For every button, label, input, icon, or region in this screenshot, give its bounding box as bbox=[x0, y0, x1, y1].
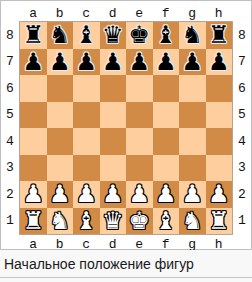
black-queen-d8: ♛ bbox=[102, 22, 124, 48]
square-e5 bbox=[126, 102, 153, 129]
file-label-d-top: d bbox=[100, 2, 127, 21]
square-d5 bbox=[100, 102, 127, 129]
square-h1: ♜ bbox=[206, 208, 233, 235]
square-f6 bbox=[153, 75, 180, 102]
divider bbox=[0, 277, 252, 278]
white-king-e1: ♚ bbox=[128, 208, 150, 234]
white-queen-d1: ♛ bbox=[102, 208, 124, 234]
square-b8: ♞ bbox=[47, 22, 74, 49]
square-a4 bbox=[20, 128, 47, 155]
file-label-f-top: f bbox=[153, 2, 180, 21]
square-c3 bbox=[73, 155, 100, 182]
rank-label-8-right: 8 bbox=[233, 22, 251, 49]
square-g2: ♟ bbox=[179, 181, 206, 208]
white-bishop-c1: ♝ bbox=[75, 208, 97, 234]
white-knight-g1: ♞ bbox=[181, 208, 203, 234]
square-c6 bbox=[73, 75, 100, 102]
square-g3 bbox=[179, 155, 206, 182]
square-f1: ♝ bbox=[153, 208, 180, 235]
square-b6 bbox=[47, 75, 74, 102]
rank-label-5-right: 5 bbox=[233, 102, 251, 129]
square-h7: ♟ bbox=[206, 49, 233, 76]
white-pawn-f2: ♟ bbox=[155, 181, 177, 207]
black-pawn-d7: ♟ bbox=[102, 49, 124, 75]
white-pawn-g2: ♟ bbox=[181, 181, 203, 207]
square-c1: ♝ bbox=[73, 208, 100, 235]
rank-label-7-right: 7 bbox=[233, 49, 251, 76]
square-f3 bbox=[153, 155, 180, 182]
white-pawn-b2: ♟ bbox=[49, 181, 71, 207]
square-b7: ♟ bbox=[47, 49, 74, 76]
file-labels-top: abcdefgh bbox=[20, 1, 232, 21]
square-c5 bbox=[73, 102, 100, 129]
black-king-e8: ♚ bbox=[128, 22, 150, 48]
white-rook-a1: ♜ bbox=[22, 208, 44, 234]
square-b4 bbox=[47, 128, 74, 155]
file-labels-bottom: abcdefgh bbox=[20, 235, 232, 249]
square-b5 bbox=[47, 102, 74, 129]
white-pawn-d2: ♟ bbox=[102, 181, 124, 207]
black-pawn-f7: ♟ bbox=[155, 49, 177, 75]
black-pawn-h7: ♟ bbox=[208, 49, 230, 75]
square-e7: ♟ bbox=[126, 49, 153, 76]
square-e1: ♚ bbox=[126, 208, 153, 235]
rank-labels-right: 87654321 bbox=[233, 22, 251, 234]
rank-label-6-left: 6 bbox=[1, 75, 19, 102]
square-g6 bbox=[179, 75, 206, 102]
rank-label-2-right: 2 bbox=[233, 181, 251, 208]
square-c7: ♟ bbox=[73, 49, 100, 76]
white-pawn-c2: ♟ bbox=[75, 181, 97, 207]
caption: Начальное положение фигур bbox=[0, 250, 252, 277]
square-d3 bbox=[100, 155, 127, 182]
square-c8: ♝ bbox=[73, 22, 100, 49]
square-a1: ♜ bbox=[20, 208, 47, 235]
square-c2: ♟ bbox=[73, 181, 100, 208]
square-e6 bbox=[126, 75, 153, 102]
rank-label-6-right: 6 bbox=[233, 75, 251, 102]
square-e4 bbox=[126, 128, 153, 155]
rank-label-3-left: 3 bbox=[1, 155, 19, 182]
black-pawn-a7: ♟ bbox=[22, 49, 44, 75]
black-pawn-c7: ♟ bbox=[75, 49, 97, 75]
square-g1: ♞ bbox=[179, 208, 206, 235]
black-bishop-f8: ♝ bbox=[155, 22, 177, 48]
square-a8: ♜ bbox=[20, 22, 47, 49]
square-h6 bbox=[206, 75, 233, 102]
square-h8: ♜ bbox=[206, 22, 233, 49]
square-h3 bbox=[206, 155, 233, 182]
square-e3 bbox=[126, 155, 153, 182]
square-h2: ♟ bbox=[206, 181, 233, 208]
white-rook-h1: ♜ bbox=[208, 208, 230, 234]
rank-label-4-right: 4 bbox=[233, 128, 251, 155]
black-pawn-e7: ♟ bbox=[128, 49, 150, 75]
rank-label-5-left: 5 bbox=[1, 102, 19, 129]
square-f4 bbox=[153, 128, 180, 155]
file-label-g-top: g bbox=[179, 2, 206, 21]
chess-diagram-image[interactable]: abcdefgh 87654321 ♜♞♝♛♚♝♞♜♟♟♟♟♟♟♟♟♟♟♟♟♟♟… bbox=[0, 0, 252, 250]
rank-labels-left: 87654321 bbox=[1, 22, 19, 234]
square-g4 bbox=[179, 128, 206, 155]
file-label-b-top: b bbox=[47, 2, 74, 21]
black-bishop-c8: ♝ bbox=[75, 22, 97, 48]
black-knight-g8: ♞ bbox=[181, 22, 203, 48]
square-d6 bbox=[100, 75, 127, 102]
square-d2: ♟ bbox=[100, 181, 127, 208]
file-label-a-top: a bbox=[20, 2, 47, 21]
chess-diagram: abcdefgh 87654321 ♜♞♝♛♚♝♞♜♟♟♟♟♟♟♟♟♟♟♟♟♟♟… bbox=[1, 1, 251, 249]
white-pawn-e2: ♟ bbox=[128, 181, 150, 207]
square-f5 bbox=[153, 102, 180, 129]
black-pawn-g7: ♟ bbox=[181, 49, 203, 75]
square-b2: ♟ bbox=[47, 181, 74, 208]
square-e8: ♚ bbox=[126, 22, 153, 49]
rank-label-7-left: 7 bbox=[1, 49, 19, 76]
square-f2: ♟ bbox=[153, 181, 180, 208]
rank-label-8-left: 8 bbox=[1, 22, 19, 49]
square-a3 bbox=[20, 155, 47, 182]
file-label-e-top: e bbox=[126, 2, 153, 21]
square-d4 bbox=[100, 128, 127, 155]
square-g5 bbox=[179, 102, 206, 129]
rank-label-3-right: 3 bbox=[233, 155, 251, 182]
white-pawn-a2: ♟ bbox=[22, 181, 44, 207]
square-a2: ♟ bbox=[20, 181, 47, 208]
white-knight-b1: ♞ bbox=[49, 208, 71, 234]
square-d7: ♟ bbox=[100, 49, 127, 76]
black-pawn-b7: ♟ bbox=[49, 49, 71, 75]
square-a5 bbox=[20, 102, 47, 129]
square-e2: ♟ bbox=[126, 181, 153, 208]
rank-label-4-left: 4 bbox=[1, 128, 19, 155]
square-a7: ♟ bbox=[20, 49, 47, 76]
square-f8: ♝ bbox=[153, 22, 180, 49]
white-bishop-f1: ♝ bbox=[155, 208, 177, 234]
square-h4 bbox=[206, 128, 233, 155]
black-knight-b8: ♞ bbox=[49, 22, 71, 48]
square-b3 bbox=[47, 155, 74, 182]
square-a6 bbox=[20, 75, 47, 102]
square-g7: ♟ bbox=[179, 49, 206, 76]
square-d8: ♛ bbox=[100, 22, 127, 49]
square-g8: ♞ bbox=[179, 22, 206, 49]
black-rook-h8: ♜ bbox=[208, 22, 230, 48]
file-label-h-top: h bbox=[206, 2, 233, 21]
chess-board: ♜♞♝♛♚♝♞♜♟♟♟♟♟♟♟♟♟♟♟♟♟♟♟♟♜♞♝♛♚♝♞♜ bbox=[19, 21, 233, 235]
square-d1: ♛ bbox=[100, 208, 127, 235]
black-rook-a8: ♜ bbox=[22, 22, 44, 48]
square-b1: ♞ bbox=[47, 208, 74, 235]
rank-label-2-left: 2 bbox=[1, 181, 19, 208]
square-c4 bbox=[73, 128, 100, 155]
square-f7: ♟ bbox=[153, 49, 180, 76]
rank-label-1-left: 1 bbox=[1, 208, 19, 235]
white-pawn-h2: ♟ bbox=[208, 181, 230, 207]
rank-label-1-right: 1 bbox=[233, 208, 251, 235]
square-h5 bbox=[206, 102, 233, 129]
file-label-c-top: c bbox=[73, 2, 100, 21]
